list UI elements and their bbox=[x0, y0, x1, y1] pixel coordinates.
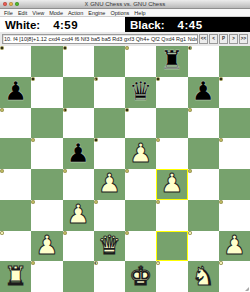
black-king-g8: ♚ bbox=[188, 46, 192, 50]
square-f3[interactable] bbox=[156, 200, 160, 204]
square-a5[interactable] bbox=[0, 138, 31, 169]
square-f2[interactable] bbox=[156, 231, 187, 262]
square-h7[interactable]: ♟ bbox=[219, 77, 223, 81]
fast-forward-button[interactable]: >> bbox=[239, 34, 248, 44]
square-e5[interactable]: ♟ bbox=[125, 138, 156, 169]
square-h5[interactable] bbox=[219, 138, 223, 142]
white-rook-h1: ♜ bbox=[219, 261, 223, 265]
square-g5[interactable] bbox=[188, 138, 219, 169]
black-knight-c6: ♞ bbox=[63, 108, 67, 112]
square-g3[interactable] bbox=[188, 200, 219, 231]
square-g8[interactable]: ♚ bbox=[188, 46, 192, 50]
square-a1[interactable]: ♜ bbox=[0, 261, 31, 292]
menu-edit[interactable]: Edit bbox=[18, 9, 27, 17]
white-clock[interactable]: White: 4:59 bbox=[0, 17, 125, 32]
square-a3[interactable] bbox=[0, 200, 31, 231]
xboard-window: XGNU Chess vs. GNU Chess File Edit View … bbox=[0, 0, 250, 292]
white-king-e1: ♚ bbox=[129, 263, 152, 289]
white-queen-d2: ♛ bbox=[98, 232, 121, 258]
white-pawn-e5: ♟ bbox=[129, 140, 152, 166]
white-pawn-a2: ♟ bbox=[0, 231, 4, 235]
title-bar: XGNU Chess vs. GNU Chess bbox=[0, 0, 250, 9]
square-a2[interactable]: ♟ bbox=[0, 231, 4, 235]
black-rook-a8: ♜ bbox=[0, 46, 4, 50]
menu-engine[interactable]: Engine bbox=[88, 9, 105, 17]
white-clock-label: White: bbox=[5, 19, 40, 31]
square-c1[interactable] bbox=[63, 261, 94, 292]
square-d1[interactable]: ♞ bbox=[94, 261, 98, 265]
white-clock-time: 4:59 bbox=[53, 19, 78, 31]
square-c3[interactable]: ♟ bbox=[63, 200, 94, 231]
clock-row: White: 4:59 Black: 4:45 bbox=[0, 17, 250, 32]
window-title-wrap: XGNU Chess vs. GNU Chess bbox=[0, 0, 250, 9]
square-e7[interactable]: ♛ bbox=[125, 77, 156, 108]
black-pawn-f7: ♟ bbox=[156, 77, 160, 81]
square-d8[interactable] bbox=[94, 46, 125, 77]
black-knight-d7: ♞ bbox=[94, 77, 98, 81]
square-a7[interactable]: ♟ bbox=[0, 77, 31, 108]
square-h1[interactable]: ♜ bbox=[219, 261, 223, 265]
square-c7[interactable] bbox=[63, 77, 94, 108]
square-d3[interactable] bbox=[94, 200, 98, 204]
square-c8[interactable]: ♝ bbox=[63, 46, 67, 50]
menu-mode[interactable]: Mode bbox=[49, 9, 63, 17]
black-pawn-a7: ♟ bbox=[4, 78, 27, 104]
chess-board: ♜♝♜♚♟♟♞♛♟♟♟♞♟♟♟♟♟♟♟♟♟♛♟♟♜♞♚♝♞♜ bbox=[0, 46, 250, 292]
rewind-to-start-button[interactable]: << bbox=[199, 34, 208, 44]
square-b5[interactable] bbox=[31, 138, 35, 142]
square-a8[interactable]: ♜ bbox=[0, 46, 4, 50]
square-b3[interactable] bbox=[31, 200, 35, 204]
square-e3[interactable] bbox=[125, 200, 156, 231]
step-forward-button[interactable]: > bbox=[229, 34, 238, 44]
white-pawn-g2: ♟ bbox=[188, 231, 192, 235]
white-knight-g1: ♞ bbox=[191, 263, 214, 289]
square-f8[interactable]: ♜ bbox=[156, 46, 187, 77]
square-h2[interactable]: ♟ bbox=[219, 231, 250, 262]
square-g4[interactable] bbox=[188, 169, 192, 173]
white-knight-d1: ♞ bbox=[94, 261, 98, 265]
square-b8[interactable] bbox=[31, 46, 62, 77]
square-e6[interactable]: ♟ bbox=[125, 108, 129, 112]
square-h3[interactable] bbox=[219, 200, 223, 204]
window-title: GNU Chess vs. GNU Chess bbox=[90, 1, 165, 7]
pause-button[interactable]: P bbox=[219, 34, 228, 44]
square-b6[interactable] bbox=[31, 108, 62, 139]
black-pawn-c5: ♟ bbox=[66, 140, 89, 166]
white-bishop-f1: ♝ bbox=[156, 261, 160, 265]
square-g1[interactable]: ♞ bbox=[188, 261, 219, 292]
white-pawn-d4: ♟ bbox=[98, 170, 121, 196]
square-e2[interactable] bbox=[125, 231, 129, 235]
square-c4[interactable] bbox=[63, 169, 67, 173]
square-f5[interactable] bbox=[156, 138, 160, 142]
menu-bar: File Edit View Mode Action Engine Option… bbox=[0, 9, 250, 17]
square-h8[interactable] bbox=[219, 46, 250, 77]
square-f6[interactable] bbox=[156, 108, 187, 139]
square-e1[interactable]: ♚ bbox=[125, 261, 156, 292]
square-c5[interactable]: ♟ bbox=[63, 138, 94, 169]
black-clock-time: 4:45 bbox=[178, 19, 203, 31]
resize-grip[interactable] bbox=[244, 286, 249, 291]
menu-file[interactable]: File bbox=[4, 9, 13, 17]
square-a4[interactable] bbox=[0, 169, 4, 173]
black-pawn-e6: ♟ bbox=[125, 108, 129, 112]
menu-options[interactable]: Options bbox=[110, 9, 129, 17]
square-f4[interactable]: ♟ bbox=[156, 169, 187, 200]
white-pawn-f4: ♟ bbox=[160, 170, 183, 196]
menu-view[interactable]: View bbox=[32, 9, 44, 17]
black-queen-e7: ♛ bbox=[129, 78, 152, 104]
square-b1[interactable] bbox=[31, 261, 35, 265]
square-e8[interactable] bbox=[125, 46, 129, 50]
square-d2[interactable]: ♛ bbox=[94, 231, 125, 262]
square-g7[interactable]: ♟ bbox=[188, 77, 219, 108]
menu-help[interactable]: Help bbox=[134, 9, 145, 17]
square-d6[interactable] bbox=[94, 108, 125, 139]
square-g2[interactable]: ♟ bbox=[188, 231, 192, 235]
square-a6[interactable] bbox=[0, 108, 4, 112]
square-b7[interactable]: ♟ bbox=[31, 77, 35, 81]
square-d5[interactable]: ♟ bbox=[94, 138, 98, 142]
square-g6[interactable] bbox=[188, 108, 192, 112]
black-rook-f8: ♜ bbox=[160, 47, 183, 73]
white-rook-a1: ♜ bbox=[4, 263, 27, 289]
black-pawn-b7: ♟ bbox=[31, 77, 35, 81]
menu-action[interactable]: Action bbox=[68, 9, 83, 17]
square-f7[interactable]: ♟ bbox=[156, 77, 160, 81]
engine-output-field[interactable]: 10. f4 [10|8]+1.12 cxd4 cxd4 f6 Nf3 ba5 … bbox=[2, 34, 198, 44]
black-pawn-d5: ♟ bbox=[94, 138, 98, 142]
black-clock-label: Black: bbox=[130, 19, 165, 31]
white-pawn-b2: ♟ bbox=[35, 232, 58, 258]
square-h6[interactable] bbox=[219, 108, 250, 139]
x11-app-icon: X bbox=[85, 1, 88, 7]
white-pawn-h2: ♟ bbox=[223, 232, 246, 258]
engine-output-row: 10. f4 [10|8]+1.12 cxd4 cxd4 f6 Nf3 ba5 … bbox=[0, 32, 250, 46]
square-e4[interactable] bbox=[125, 169, 129, 173]
square-d4[interactable]: ♟ bbox=[94, 169, 125, 200]
white-pawn-c3: ♟ bbox=[66, 201, 89, 227]
square-c2[interactable] bbox=[63, 231, 67, 235]
square-c6[interactable]: ♞ bbox=[63, 108, 67, 112]
square-d7[interactable]: ♞ bbox=[94, 77, 98, 81]
black-pawn-h7: ♟ bbox=[219, 77, 223, 81]
square-h4[interactable] bbox=[219, 169, 250, 200]
square-f1[interactable]: ♝ bbox=[156, 261, 160, 265]
black-bishop-c8: ♝ bbox=[63, 46, 67, 50]
step-back-button[interactable]: < bbox=[209, 34, 218, 44]
square-b2[interactable]: ♟ bbox=[31, 231, 62, 262]
square-b4[interactable] bbox=[31, 169, 62, 200]
black-pawn-g7: ♟ bbox=[191, 78, 214, 104]
black-clock[interactable]: Black: 4:45 bbox=[125, 17, 250, 32]
